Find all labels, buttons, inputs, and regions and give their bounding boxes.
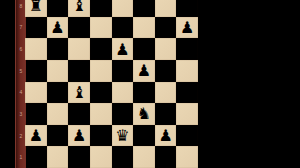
black-rook-f8[interactable]: ♜ <box>137 0 151 15</box>
square-f7[interactable] <box>133 17 155 39</box>
square-f2[interactable]: ♟ <box>133 125 155 147</box>
white-knight-f3[interactable]: ♞ <box>137 104 151 123</box>
black-bishop-d6[interactable]: ♝ <box>94 40 108 59</box>
white-pawn-g2[interactable]: ♟ <box>158 126 172 145</box>
square-h7[interactable]: ♟ <box>176 17 198 39</box>
square-c3[interactable] <box>68 103 90 125</box>
screen: 87654321 ♜♝♜♚♟♟♛♟♝♟♟♟♝♜♞♟♟♟♛♟♟♟♜♚ Svetla… <box>0 0 300 168</box>
square-c7[interactable]: ♛ <box>68 17 90 39</box>
square-b8[interactable] <box>47 0 69 17</box>
square-d2[interactable] <box>90 125 112 147</box>
square-a7[interactable]: ♟ <box>25 17 47 39</box>
square-b7[interactable]: ♟ <box>47 17 69 39</box>
black-pawn-f5[interactable]: ♟ <box>137 61 151 80</box>
black-king-h8[interactable]: ♚ <box>180 0 194 15</box>
black-queen-c7[interactable]: ♛ <box>72 18 86 37</box>
square-f5[interactable]: ♟ <box>133 60 155 82</box>
black-pawn-f6[interactable]: ♟ <box>137 40 151 59</box>
square-a3[interactable] <box>25 103 47 125</box>
square-d1[interactable] <box>90 146 112 168</box>
square-h5[interactable] <box>176 60 198 82</box>
square-g6[interactable] <box>155 38 177 60</box>
square-b4[interactable] <box>47 82 69 104</box>
square-b5[interactable] <box>47 60 69 82</box>
chess-board: ♜♝♜♚♟♟♛♟♝♟♟♟♝♜♞♟♟♟♛♟♟♟♜♚ <box>25 0 198 168</box>
white-rook-d4[interactable]: ♜ <box>94 83 108 102</box>
square-a6[interactable] <box>25 38 47 60</box>
square-h6[interactable] <box>176 38 198 60</box>
white-pawn-f2[interactable]: ♟ <box>137 126 151 145</box>
white-queen-e2[interactable]: ♛ <box>115 126 129 145</box>
square-c5[interactable] <box>68 60 90 82</box>
white-rook-a1[interactable]: ♜ <box>29 148 43 167</box>
square-f1[interactable] <box>133 146 155 168</box>
square-g4[interactable] <box>155 82 177 104</box>
square-e2[interactable]: ♛ <box>112 125 134 147</box>
black-rook-a8[interactable]: ♜ <box>29 0 43 15</box>
black-pawn-h7[interactable]: ♟ <box>180 18 194 37</box>
square-a8[interactable]: ♜ <box>25 0 47 17</box>
white-pawn-h2[interactable]: ♟ <box>180 126 194 145</box>
square-e8[interactable] <box>112 0 134 17</box>
black-pawn-e6[interactable]: ♟ <box>115 40 129 59</box>
square-a5[interactable] <box>25 60 47 82</box>
square-f4[interactable] <box>133 82 155 104</box>
square-d7[interactable] <box>90 17 112 39</box>
square-c1[interactable] <box>68 146 90 168</box>
square-h8[interactable]: ♚ <box>176 0 198 17</box>
square-g5[interactable] <box>155 60 177 82</box>
square-g8[interactable] <box>155 0 177 17</box>
square-b6[interactable] <box>47 38 69 60</box>
square-e3[interactable] <box>112 103 134 125</box>
square-b3[interactable] <box>47 103 69 125</box>
square-e1[interactable] <box>112 146 134 168</box>
square-e5[interactable] <box>112 60 134 82</box>
square-c2[interactable]: ♟ <box>68 125 90 147</box>
square-d3[interactable] <box>90 103 112 125</box>
square-c6[interactable] <box>68 38 90 60</box>
white-king-g1[interactable]: ♚ <box>158 148 172 167</box>
black-bishop-c8[interactable]: ♝ <box>72 0 86 15</box>
white-pawn-c2[interactable]: ♟ <box>72 126 86 145</box>
square-d5[interactable] <box>90 60 112 82</box>
square-a4[interactable] <box>25 82 47 104</box>
square-h4[interactable] <box>176 82 198 104</box>
white-pawn-a2[interactable]: ♟ <box>29 126 43 145</box>
square-e4[interactable] <box>112 82 134 104</box>
square-f6[interactable]: ♟ <box>133 38 155 60</box>
square-a2[interactable]: ♟ <box>25 125 47 147</box>
black-pawn-b7[interactable]: ♟ <box>50 18 64 37</box>
square-e7[interactable] <box>112 17 134 39</box>
square-g7[interactable] <box>155 17 177 39</box>
square-c8[interactable]: ♝ <box>68 0 90 17</box>
square-g3[interactable] <box>155 103 177 125</box>
white-pawn-b2[interactable]: ♟ <box>50 126 64 145</box>
square-g2[interactable]: ♟ <box>155 125 177 147</box>
square-c4[interactable]: ♝ <box>68 82 90 104</box>
square-h2[interactable]: ♟ <box>176 125 198 147</box>
square-g1[interactable]: ♚ <box>155 146 177 168</box>
square-d6[interactable]: ♝ <box>90 38 112 60</box>
square-d8[interactable] <box>90 0 112 17</box>
square-h1[interactable] <box>176 146 198 168</box>
square-b1[interactable] <box>47 146 69 168</box>
square-a1[interactable]: ♜ <box>25 146 47 168</box>
square-e6[interactable]: ♟ <box>112 38 134 60</box>
square-d4[interactable]: ♜ <box>90 82 112 104</box>
square-f8[interactable]: ♜ <box>133 0 155 17</box>
square-f3[interactable]: ♞ <box>133 103 155 125</box>
black-pawn-a7[interactable]: ♟ <box>29 18 43 37</box>
white-bishop-c4[interactable]: ♝ <box>72 83 86 102</box>
square-b2[interactable]: ♟ <box>47 125 69 147</box>
square-h3[interactable] <box>176 103 198 125</box>
